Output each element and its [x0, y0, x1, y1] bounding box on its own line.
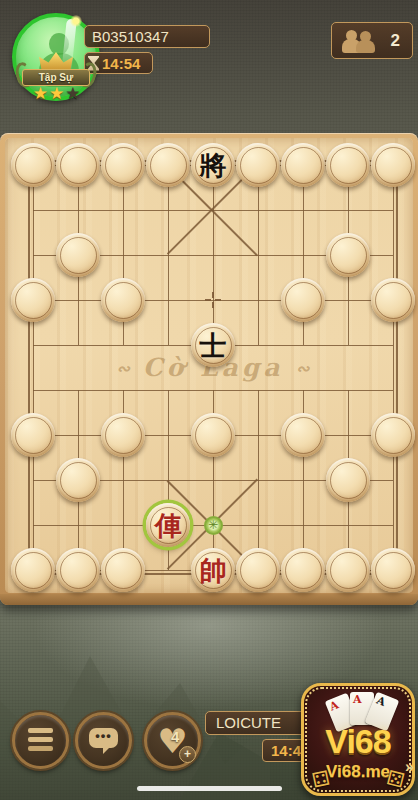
piece-face-down[interactable] — [56, 548, 100, 592]
piece-glyph: 士 — [191, 323, 235, 367]
piece-face-down[interactable] — [191, 413, 235, 457]
star-icon: ★ — [33, 84, 49, 103]
chat-dots: ••• — [89, 728, 118, 748]
players-icon — [342, 30, 378, 54]
piece-face-down[interactable] — [236, 143, 280, 187]
piece-glyph: 將 — [191, 143, 235, 187]
player-stars: ★★★ — [26, 84, 88, 104]
chat-icon: ••• — [89, 728, 118, 748]
menu-icon — [28, 728, 53, 755]
board-grid: ∾ Cờ Laga ∾ ✳ 將士俥帥 — [33, 165, 393, 570]
piece-帥[interactable]: 帥 — [191, 548, 235, 592]
piece-face-down[interactable] — [326, 458, 370, 502]
piece-俥[interactable]: 俥 — [146, 503, 190, 547]
avatar-spark — [70, 15, 82, 27]
players-count-badge[interactable]: 2 — [331, 22, 413, 59]
piece-face-down[interactable] — [101, 413, 145, 457]
piece-face-down[interactable] — [281, 143, 325, 187]
piece-face-down[interactable] — [56, 458, 100, 502]
vi68-logo[interactable]: A A A Vi68 Vi68.me ⚃ ⚄ » — [301, 683, 415, 796]
player-name-plate: B03510347 — [84, 25, 210, 48]
star-icon: ★ — [49, 84, 65, 103]
piece-face-down[interactable] — [281, 278, 325, 322]
piece-glyph: 俥 — [146, 503, 190, 547]
players-count-value: 2 — [391, 31, 400, 51]
piece-face-down[interactable] — [371, 548, 415, 592]
piece-face-down[interactable] — [371, 278, 415, 322]
menu-button[interactable] — [12, 712, 69, 769]
piece-face-down[interactable] — [101, 548, 145, 592]
piece-士[interactable]: 士 — [191, 323, 235, 367]
piece-face-down[interactable] — [326, 548, 370, 592]
player-time-value: 14:54 — [102, 55, 140, 72]
piece-face-down[interactable] — [236, 548, 280, 592]
piece-face-down[interactable] — [371, 413, 415, 457]
river-ornament-right: ∾ — [296, 359, 309, 378]
logo-title: Vi68 — [304, 722, 412, 761]
piece-將[interactable]: 將 — [191, 143, 235, 187]
point-marker — [205, 292, 221, 308]
piece-face-down[interactable] — [326, 233, 370, 277]
home-indicator[interactable] — [137, 786, 282, 791]
move-marker: ✳ — [204, 516, 223, 535]
piece-face-down[interactable] — [281, 413, 325, 457]
piece-face-down[interactable] — [11, 143, 55, 187]
piece-face-down[interactable] — [371, 143, 415, 187]
opponent-time-value: 14:4 — [271, 742, 301, 759]
game-screen: Tập Sự ★★★ B03510347 14:54 2 ∾ Cờ Laga ∾… — [0, 0, 418, 800]
river-ornament-left: ∾ — [117, 359, 130, 378]
piece-face-down[interactable] — [281, 548, 325, 592]
piece-face-down[interactable] — [11, 548, 55, 592]
xiangqi-board[interactable]: ∾ Cờ Laga ∾ ✳ 將士俥帥 — [0, 133, 418, 605]
piece-face-down[interactable] — [146, 143, 190, 187]
logo-arrow: » — [405, 758, 414, 776]
star-icon: ★ — [65, 84, 81, 103]
piece-face-down[interactable] — [101, 143, 145, 187]
piece-glyph: 帥 — [191, 548, 235, 592]
heart-plus-badge[interactable]: + — [179, 746, 196, 763]
piece-face-down[interactable] — [326, 143, 370, 187]
piece-face-down[interactable] — [101, 278, 145, 322]
piece-face-down[interactable] — [11, 278, 55, 322]
piece-face-down[interactable] — [56, 143, 100, 187]
chat-button[interactable]: ••• — [75, 712, 132, 769]
board-field: ∾ Cờ Laga ∾ ✳ 將士俥帥 — [5, 138, 413, 593]
heart-count: 4 — [171, 728, 179, 745]
piece-face-down[interactable] — [11, 413, 55, 457]
piece-face-down[interactable] — [56, 233, 100, 277]
favorite-button[interactable]: ♥ 4 + — [144, 712, 201, 769]
